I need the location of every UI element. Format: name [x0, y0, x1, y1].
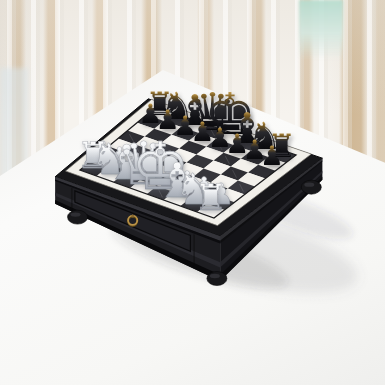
product-photo-chess-set[interactable]: ♜♞♝♛♚♝♞♜♟♟♟♟♟♟♟♟♟♟♟♟♟♟♟♟♜♞♝♛♚♝♞♜: [0, 0, 385, 385]
foot-right: [301, 180, 321, 194]
chess-box-graphic: [0, 0, 385, 385]
foot-left: [68, 210, 88, 224]
foot-near: [207, 272, 227, 286]
